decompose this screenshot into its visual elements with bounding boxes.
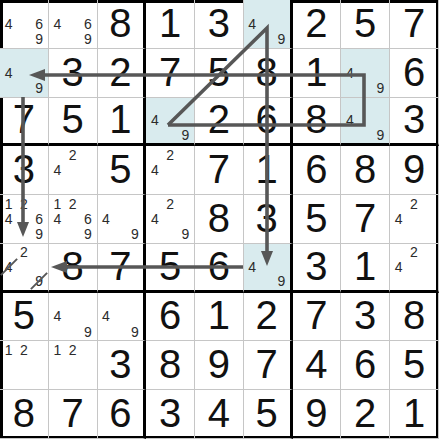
cell-r6c8[interactable]: 1	[341, 244, 390, 293]
cell-r7c5[interactable]: 1	[195, 293, 244, 342]
cell-r4c1[interactable]: 3	[0, 146, 49, 195]
digit-r2c7: 1	[305, 52, 327, 92]
digit-r1c4: 1	[159, 3, 181, 43]
digit-r1c5: 3	[208, 3, 230, 43]
cell-r8c7[interactable]: 4	[293, 341, 342, 390]
digit-r8c7: 4	[305, 344, 327, 384]
candidate-r6c6-4: 4	[245, 259, 260, 274]
cell-r2c2[interactable]: 3	[49, 49, 98, 98]
digit-r3c9: 3	[403, 99, 425, 139]
cell-r7c1[interactable]: 5	[0, 293, 49, 342]
candidate-r3c4-4: 4	[147, 113, 162, 128]
candidate-r8c1-2: 2	[16, 342, 31, 357]
cell-r2c9[interactable]: 6	[390, 49, 439, 98]
cell-r6c6[interactable]: 49	[244, 244, 293, 293]
candidate-r8c2-1: 1	[50, 342, 65, 357]
cell-r9c1[interactable]: 8	[0, 390, 49, 439]
cell-r9c6[interactable]: 5	[244, 390, 293, 439]
digit-r6c5: 6	[208, 246, 230, 286]
candidates-r4c4: 24	[147, 147, 193, 193]
cell-r4c7[interactable]: 6	[293, 146, 342, 195]
cell-r1c3[interactable]: 8	[98, 0, 147, 49]
cell-r6c9[interactable]: 24	[390, 244, 439, 293]
cell-r3c9[interactable]: 3	[390, 98, 439, 147]
candidate-r4c2-4: 4	[50, 163, 65, 178]
candidate-r1c1-6: 6	[32, 16, 47, 31]
candidate-r1c1-4: 4	[1, 16, 16, 31]
digit-r1c9: 7	[403, 3, 425, 43]
candidate-r6c6-9: 9	[274, 274, 289, 289]
cell-r1c1[interactable]: 469	[0, 0, 49, 49]
cell-r6c7[interactable]: 3	[293, 244, 342, 293]
digit-r1c3: 8	[109, 3, 131, 43]
candidate-r5c4-4: 4	[147, 211, 162, 226]
cell-r9c9[interactable]: 1	[390, 390, 439, 439]
digit-r3c2: 5	[62, 99, 84, 139]
candidate-r7c2-9: 9	[80, 324, 95, 339]
cell-r7c4[interactable]: 6	[146, 293, 195, 342]
candidate-r5c9-2: 2	[406, 196, 421, 211]
cell-r1c7[interactable]: 2	[293, 0, 342, 49]
candidate-r5c9-4: 4	[391, 211, 406, 226]
cell-r5c1[interactable]: 12469	[0, 195, 49, 244]
candidate-r1c6-4: 4	[245, 16, 260, 31]
digit-r7c9: 8	[403, 295, 425, 335]
digit-r2c5: 5	[208, 52, 230, 92]
digit-r7c4: 6	[159, 295, 181, 335]
digit-r5c6: 3	[256, 198, 278, 238]
digit-r8c4: 8	[159, 344, 181, 384]
digit-r9c3: 6	[109, 393, 131, 433]
cell-r7c2[interactable]: 49	[49, 293, 98, 342]
digit-r9c4: 3	[159, 393, 181, 433]
digit-r6c2: 8	[62, 246, 84, 286]
digit-r8c3: 3	[109, 344, 131, 384]
candidates-r5c1: 12469	[1, 196, 47, 242]
digit-r3c3: 1	[109, 99, 131, 139]
candidate-r2c8-9: 9	[373, 80, 388, 95]
candidates-r4c2: 24	[50, 147, 96, 193]
cell-r6c3[interactable]: 7	[98, 244, 147, 293]
candidates-r7c3: 49	[99, 294, 143, 340]
digit-r3c6: 6	[256, 99, 278, 139]
cell-r6c2[interactable]: 8	[49, 244, 98, 293]
cell-r6c5[interactable]: 6	[195, 244, 244, 293]
cell-r9c2[interactable]: 7	[49, 390, 98, 439]
cell-r2c8[interactable]: 49	[341, 49, 390, 98]
candidate-r2c1-9: 9	[32, 80, 47, 95]
cell-r3c7[interactable]: 8	[293, 98, 342, 147]
cell-r5c5[interactable]: 8	[195, 195, 244, 244]
cell-r2c1[interactable]: 49	[0, 49, 49, 98]
candidate-r6c9-2: 2	[406, 245, 421, 260]
digit-r9c1: 8	[13, 393, 35, 433]
cell-r7c9[interactable]: 8	[390, 293, 439, 342]
digit-r8c9: 5	[403, 344, 425, 384]
digit-r2c6: 8	[256, 52, 278, 92]
candidate-r8c2-2: 2	[65, 342, 80, 357]
candidates-r7c2: 49	[50, 294, 96, 340]
cell-r5c9[interactable]: 24	[390, 195, 439, 244]
candidates-r2c8: 49	[342, 50, 388, 96]
cell-r5c8[interactable]: 7	[341, 195, 390, 244]
digit-r4c5: 7	[208, 149, 230, 189]
candidate-r5c2-4: 4	[50, 211, 65, 226]
cell-r3c6[interactable]: 6	[244, 98, 293, 147]
candidate-r6c1-2: 2	[16, 245, 31, 260]
candidate-r6c9-4: 4	[391, 259, 406, 274]
candidate-r2c8-4: 4	[342, 65, 357, 80]
candidate-r5c2-2: 2	[65, 196, 80, 211]
candidates-r5c9: 24	[391, 196, 437, 242]
digit-r9c8: 2	[354, 393, 376, 433]
cell-r8c4[interactable]: 8	[146, 341, 195, 390]
candidates-r5c4: 249	[147, 196, 193, 242]
sudoku-board: 4694698134925749327581496751492684933245…	[0, 0, 439, 439]
candidate-r7c2-4: 4	[50, 309, 65, 324]
cell-r4c9[interactable]: 9	[390, 146, 439, 195]
digit-r9c2: 7	[62, 393, 84, 433]
cell-r7c3[interactable]: 49	[98, 293, 147, 342]
cell-r6c1[interactable]: 249	[0, 244, 49, 293]
digit-r6c7: 3	[305, 246, 327, 286]
cell-r7c8[interactable]: 3	[341, 293, 390, 342]
cell-r5c6[interactable]: 3	[244, 195, 293, 244]
candidate-r7c3-4: 4	[99, 309, 114, 324]
candidates-r8c1: 12	[1, 342, 47, 388]
digit-r6c4: 5	[159, 246, 181, 286]
cell-r1c8[interactable]: 5	[341, 0, 390, 49]
cell-r1c4[interactable]: 1	[146, 0, 195, 49]
cell-r1c6[interactable]: 49	[244, 0, 293, 49]
digit-r4c7: 6	[305, 149, 327, 189]
digit-r4c3: 5	[109, 149, 131, 189]
digit-r9c7: 9	[305, 393, 327, 433]
cell-r7c6[interactable]: 2	[244, 293, 293, 342]
candidate-r5c1-9: 9	[32, 227, 47, 242]
candidate-r1c2-4: 4	[50, 16, 65, 31]
candidate-r5c2-6: 6	[80, 211, 95, 226]
digit-r2c4: 7	[159, 52, 181, 92]
cell-r9c5[interactable]: 4	[195, 390, 244, 439]
digit-r7c8: 3	[354, 295, 376, 335]
digit-r6c8: 1	[354, 246, 376, 286]
candidate-r2c1-4: 4	[1, 65, 16, 80]
candidate-r6c1-9: 9	[32, 274, 47, 289]
cell-r2c5[interactable]: 5	[195, 49, 244, 98]
cell-r5c4[interactable]: 249	[146, 195, 195, 244]
candidates-r1c2: 469	[50, 1, 96, 47]
candidate-r1c2-9: 9	[80, 32, 95, 47]
digit-r2c9: 6	[403, 52, 425, 92]
digit-r2c3: 2	[109, 52, 131, 92]
digit-r8c5: 9	[208, 344, 230, 384]
digit-r3c7: 8	[305, 99, 327, 139]
cell-r3c1[interactable]: 7	[0, 98, 49, 147]
digit-r9c5: 4	[208, 393, 230, 433]
digit-r3c5: 2	[208, 99, 230, 139]
candidates-r3c8: 49	[342, 99, 388, 143]
cell-r3c4[interactable]: 49	[146, 98, 195, 147]
digit-r1c8: 5	[354, 3, 376, 43]
digit-r2c2: 3	[62, 52, 84, 92]
digit-r4c1: 3	[13, 149, 35, 189]
digit-r4c8: 8	[354, 149, 376, 189]
cell-r8c1[interactable]: 12	[0, 341, 49, 390]
digit-r5c7: 5	[305, 198, 327, 238]
cell-r7c7[interactable]: 7	[293, 293, 342, 342]
candidate-r3c8-9: 9	[373, 128, 388, 143]
candidate-r1c2-6: 6	[80, 16, 95, 31]
digit-r1c7: 2	[305, 3, 327, 43]
candidate-r5c2-9: 9	[80, 227, 95, 242]
digit-r7c5: 1	[208, 295, 230, 335]
candidates-r5c3: 49	[99, 196, 143, 242]
candidate-r8c1-1: 1	[1, 342, 16, 357]
candidates-r1c6: 49	[245, 1, 289, 47]
cell-r1c2[interactable]: 469	[49, 0, 98, 49]
digit-r4c6: 1	[256, 149, 278, 189]
cell-r8c3[interactable]: 3	[98, 341, 147, 390]
candidate-r5c3-4: 4	[99, 211, 114, 226]
digit-r9c6: 5	[256, 393, 278, 433]
sudoku-app: 4694698134925749327581496751492684933245…	[0, 0, 439, 439]
cell-r5c2[interactable]: 12469	[49, 195, 98, 244]
cell-r9c4[interactable]: 3	[146, 390, 195, 439]
candidate-r4c2-2: 2	[65, 147, 80, 162]
candidates-r6c9: 24	[391, 245, 437, 289]
cell-r8c9[interactable]: 5	[390, 341, 439, 390]
cell-r4c5[interactable]: 7	[195, 146, 244, 195]
cell-r4c8[interactable]: 8	[341, 146, 390, 195]
cell-r4c6[interactable]: 1	[244, 146, 293, 195]
candidate-r4c4-2: 2	[163, 147, 178, 162]
candidate-r5c4-2: 2	[163, 196, 178, 211]
candidates-r5c2: 12469	[50, 196, 96, 242]
cell-r4c2[interactable]: 24	[49, 146, 98, 195]
candidates-r3c4: 49	[147, 99, 193, 143]
candidate-r5c1-2: 2	[16, 196, 31, 211]
cell-r9c3[interactable]: 6	[98, 390, 147, 439]
candidates-r8c2: 12	[50, 342, 96, 388]
digit-r6c3: 7	[109, 246, 131, 286]
cell-r8c2[interactable]: 12	[49, 341, 98, 390]
digit-r9c9: 1	[403, 393, 425, 433]
cell-r9c8[interactable]: 2	[341, 390, 390, 439]
cell-r2c7[interactable]: 1	[293, 49, 342, 98]
candidates-r6c1: 249	[1, 245, 47, 289]
digit-r5c5: 8	[208, 198, 230, 238]
cell-r5c7[interactable]: 5	[293, 195, 342, 244]
cell-r3c2[interactable]: 5	[49, 98, 98, 147]
cell-r8c8[interactable]: 6	[341, 341, 390, 390]
digit-r8c8: 6	[354, 344, 376, 384]
cell-r4c3[interactable]: 5	[98, 146, 147, 195]
digit-r8c6: 7	[256, 344, 278, 384]
candidate-r4c4-4: 4	[147, 163, 162, 178]
digit-r5c8: 7	[354, 198, 376, 238]
cell-r3c8[interactable]: 49	[341, 98, 390, 147]
candidate-r1c1-9: 9	[32, 32, 47, 47]
cell-r1c9[interactable]: 7	[390, 0, 439, 49]
candidate-r6c1-4: 4	[1, 259, 16, 274]
cell-r6c4[interactable]: 5	[146, 244, 195, 293]
candidate-r5c1-1: 1	[1, 196, 16, 211]
cell-r2c3[interactable]: 2	[98, 49, 147, 98]
candidates-r1c1: 469	[1, 1, 47, 47]
candidates-r2c1: 49	[1, 50, 47, 96]
candidate-r5c4-9: 9	[178, 227, 193, 242]
candidate-r5c1-6: 6	[32, 211, 47, 226]
digit-r7c6: 2	[256, 295, 278, 335]
cell-r2c4[interactable]: 7	[146, 49, 195, 98]
candidates-r6c6: 49	[245, 245, 289, 289]
digit-r7c7: 7	[305, 295, 327, 335]
cell-r4c4[interactable]: 24	[146, 146, 195, 195]
candidate-r1c6-9: 9	[274, 32, 289, 47]
cell-r9c7[interactable]: 9	[293, 390, 342, 439]
cell-r8c5[interactable]: 9	[195, 341, 244, 390]
digit-r7c1: 5	[13, 295, 35, 335]
cell-r2c6[interactable]: 8	[244, 49, 293, 98]
cell-r3c5[interactable]: 2	[195, 98, 244, 147]
cell-r1c5[interactable]: 3	[195, 0, 244, 49]
candidate-r3c8-4: 4	[342, 113, 357, 128]
candidate-r5c2-1: 1	[50, 196, 65, 211]
candidate-r3c4-9: 9	[178, 128, 193, 143]
cell-r8c6[interactable]: 7	[244, 341, 293, 390]
candidate-r5c3-9: 9	[128, 227, 143, 242]
cell-r3c3[interactable]: 1	[98, 98, 147, 147]
cell-r5c3[interactable]: 49	[98, 195, 147, 244]
digit-r3c1: 7	[13, 99, 35, 139]
digit-r4c9: 9	[403, 149, 425, 189]
candidate-r5c1-4: 4	[1, 211, 16, 226]
candidate-r7c3-9: 9	[128, 324, 143, 339]
